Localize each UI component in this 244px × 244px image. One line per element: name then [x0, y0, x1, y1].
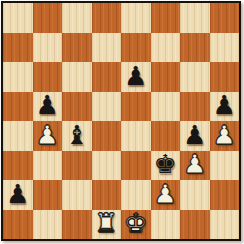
square-g8[interactable] [180, 3, 210, 33]
square-e6[interactable]: ♟ [121, 62, 151, 92]
square-h6[interactable] [210, 62, 240, 92]
piece-black-bishop-c4[interactable]: ♝ [65, 122, 88, 148]
square-e5[interactable] [121, 92, 151, 122]
board-grid: ♟♟♟♟♝♟♟♚♟♟♟♜♚ [3, 3, 239, 239]
square-c4[interactable]: ♝ [62, 121, 92, 151]
square-f4[interactable] [151, 121, 181, 151]
piece-white-rook-d1[interactable]: ♜ [95, 210, 118, 236]
piece-white-pawn-h4[interactable]: ♟ [213, 122, 236, 148]
square-f5[interactable] [151, 92, 181, 122]
square-a7[interactable] [3, 33, 33, 63]
piece-black-pawn-g4[interactable]: ♟ [183, 122, 206, 148]
square-h5[interactable]: ♟ [210, 92, 240, 122]
square-d4[interactable] [92, 121, 122, 151]
piece-black-pawn-a2[interactable]: ♟ [6, 181, 29, 207]
square-g2[interactable] [180, 180, 210, 210]
square-h1[interactable] [210, 210, 240, 240]
square-e3[interactable] [121, 151, 151, 181]
square-a5[interactable] [3, 92, 33, 122]
square-e8[interactable] [121, 3, 151, 33]
square-f8[interactable] [151, 3, 181, 33]
square-c2[interactable] [62, 180, 92, 210]
square-g5[interactable] [180, 92, 210, 122]
square-c6[interactable] [62, 62, 92, 92]
square-b5[interactable]: ♟ [33, 92, 63, 122]
chess-board: ♟♟♟♟♝♟♟♚♟♟♟♜♚ [1, 1, 241, 241]
piece-black-pawn-b5[interactable]: ♟ [36, 92, 59, 118]
square-a1[interactable] [3, 210, 33, 240]
square-h8[interactable] [210, 3, 240, 33]
square-c8[interactable] [62, 3, 92, 33]
piece-white-king-e1[interactable]: ♚ [124, 210, 147, 236]
square-b3[interactable] [33, 151, 63, 181]
square-e2[interactable] [121, 180, 151, 210]
page-background: ♟♟♟♟♝♟♟♚♟♟♟♜♚ [0, 0, 244, 244]
piece-white-pawn-f2[interactable]: ♟ [154, 181, 177, 207]
square-b4[interactable]: ♟ [33, 121, 63, 151]
square-a4[interactable] [3, 121, 33, 151]
square-c7[interactable] [62, 33, 92, 63]
piece-white-pawn-g3[interactable]: ♟ [183, 151, 206, 177]
square-g1[interactable] [180, 210, 210, 240]
square-b1[interactable] [33, 210, 63, 240]
square-b2[interactable] [33, 180, 63, 210]
square-c5[interactable] [62, 92, 92, 122]
square-f2[interactable]: ♟ [151, 180, 181, 210]
square-d3[interactable] [92, 151, 122, 181]
piece-white-pawn-b4[interactable]: ♟ [36, 122, 59, 148]
square-e4[interactable] [121, 121, 151, 151]
square-g7[interactable] [180, 33, 210, 63]
square-e1[interactable]: ♚ [121, 210, 151, 240]
square-d2[interactable] [92, 180, 122, 210]
square-g3[interactable]: ♟ [180, 151, 210, 181]
square-f3[interactable]: ♚ [151, 151, 181, 181]
square-f7[interactable] [151, 33, 181, 63]
square-a3[interactable] [3, 151, 33, 181]
square-a2[interactable]: ♟ [3, 180, 33, 210]
square-b7[interactable] [33, 33, 63, 63]
square-a6[interactable] [3, 62, 33, 92]
square-h7[interactable] [210, 33, 240, 63]
square-d5[interactable] [92, 92, 122, 122]
square-f6[interactable] [151, 62, 181, 92]
square-b8[interactable] [33, 3, 63, 33]
square-d7[interactable] [92, 33, 122, 63]
piece-black-pawn-h5[interactable]: ♟ [213, 92, 236, 118]
square-h2[interactable] [210, 180, 240, 210]
square-e7[interactable] [121, 33, 151, 63]
piece-black-king-f3[interactable]: ♚ [154, 151, 177, 177]
square-d8[interactable] [92, 3, 122, 33]
square-d1[interactable]: ♜ [92, 210, 122, 240]
square-f1[interactable] [151, 210, 181, 240]
square-g4[interactable]: ♟ [180, 121, 210, 151]
square-h3[interactable] [210, 151, 240, 181]
square-h4[interactable]: ♟ [210, 121, 240, 151]
square-c3[interactable] [62, 151, 92, 181]
square-d6[interactable] [92, 62, 122, 92]
square-b6[interactable] [33, 62, 63, 92]
square-a8[interactable] [3, 3, 33, 33]
square-c1[interactable] [62, 210, 92, 240]
piece-black-pawn-e6[interactable]: ♟ [124, 63, 147, 89]
square-g6[interactable] [180, 62, 210, 92]
